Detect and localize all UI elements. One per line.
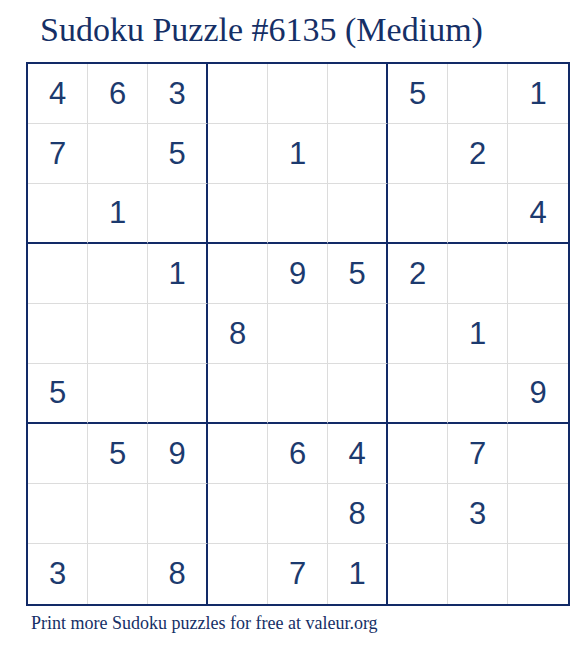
cell-r3c1-empty[interactable]: [28, 184, 88, 244]
cell-r9c3-given[interactable]: 8: [148, 544, 208, 604]
cell-r9c8-empty[interactable]: [448, 544, 508, 604]
cell-r9c9-empty[interactable]: [508, 544, 568, 604]
cell-r4c2-empty[interactable]: [88, 244, 148, 304]
cell-r1c6-empty[interactable]: [328, 64, 388, 124]
cell-r5c2-empty[interactable]: [88, 304, 148, 364]
cell-r1c4-empty[interactable]: [208, 64, 268, 124]
cell-r3c7-empty[interactable]: [388, 184, 448, 244]
cell-r8c6-given[interactable]: 8: [328, 484, 388, 544]
cell-r1c5-empty[interactable]: [268, 64, 328, 124]
cell-r1c2-given[interactable]: 6: [88, 64, 148, 124]
cell-r5c3-empty[interactable]: [148, 304, 208, 364]
cell-r8c4-empty[interactable]: [208, 484, 268, 544]
cell-r7c7-empty[interactable]: [388, 424, 448, 484]
cell-r4c9-empty[interactable]: [508, 244, 568, 304]
cell-r5c8-given[interactable]: 1: [448, 304, 508, 364]
cell-r5c9-empty[interactable]: [508, 304, 568, 364]
cell-r4c4-empty[interactable]: [208, 244, 268, 304]
cell-r8c8-given[interactable]: 3: [448, 484, 508, 544]
footer-text: Print more Sudoku puzzles for free at va…: [31, 613, 378, 634]
cell-r3c3-empty[interactable]: [148, 184, 208, 244]
cell-r3c4-empty[interactable]: [208, 184, 268, 244]
cell-r4c1-empty[interactable]: [28, 244, 88, 304]
cell-r6c1-given[interactable]: 5: [28, 364, 88, 424]
cell-r1c3-given[interactable]: 3: [148, 64, 208, 124]
cell-r1c9-given[interactable]: 1: [508, 64, 568, 124]
cell-r7c3-given[interactable]: 9: [148, 424, 208, 484]
cell-r8c7-empty[interactable]: [388, 484, 448, 544]
cell-r1c7-given[interactable]: 5: [388, 64, 448, 124]
cell-r2c5-given[interactable]: 1: [268, 124, 328, 184]
cell-r6c4-empty[interactable]: [208, 364, 268, 424]
cell-r1c1-given[interactable]: 4: [28, 64, 88, 124]
cell-r4c5-given[interactable]: 9: [268, 244, 328, 304]
cell-r2c9-empty[interactable]: [508, 124, 568, 184]
cell-r3c5-empty[interactable]: [268, 184, 328, 244]
cell-r2c4-empty[interactable]: [208, 124, 268, 184]
cell-r8c1-empty[interactable]: [28, 484, 88, 544]
cell-r2c8-given[interactable]: 2: [448, 124, 508, 184]
cell-r5c7-empty[interactable]: [388, 304, 448, 364]
cell-r5c1-empty[interactable]: [28, 304, 88, 364]
cell-r8c2-empty[interactable]: [88, 484, 148, 544]
cell-r9c2-empty[interactable]: [88, 544, 148, 604]
cell-r3c2-given[interactable]: 1: [88, 184, 148, 244]
cell-r2c6-empty[interactable]: [328, 124, 388, 184]
cell-r7c2-given[interactable]: 5: [88, 424, 148, 484]
cell-r1c8-empty[interactable]: [448, 64, 508, 124]
cell-r3c6-empty[interactable]: [328, 184, 388, 244]
cell-r6c3-empty[interactable]: [148, 364, 208, 424]
cell-r4c6-given[interactable]: 5: [328, 244, 388, 304]
cell-r9c6-given[interactable]: 1: [328, 544, 388, 604]
cell-r6c8-empty[interactable]: [448, 364, 508, 424]
cell-r5c6-empty[interactable]: [328, 304, 388, 364]
cell-r7c5-given[interactable]: 6: [268, 424, 328, 484]
cell-r2c3-given[interactable]: 5: [148, 124, 208, 184]
cell-r8c9-empty[interactable]: [508, 484, 568, 544]
cell-r2c1-given[interactable]: 7: [28, 124, 88, 184]
cell-r5c5-empty[interactable]: [268, 304, 328, 364]
cell-r6c7-empty[interactable]: [388, 364, 448, 424]
cell-r8c5-empty[interactable]: [268, 484, 328, 544]
cell-r7c1-empty[interactable]: [28, 424, 88, 484]
page-title: Sudoku Puzzle #6135 (Medium): [40, 8, 483, 52]
cell-r7c4-empty[interactable]: [208, 424, 268, 484]
cell-r7c9-empty[interactable]: [508, 424, 568, 484]
cell-r5c4-given[interactable]: 8: [208, 304, 268, 364]
cell-r4c3-given[interactable]: 1: [148, 244, 208, 304]
cell-r8c3-empty[interactable]: [148, 484, 208, 544]
cell-r4c7-given[interactable]: 2: [388, 244, 448, 304]
cell-r7c6-given[interactable]: 4: [328, 424, 388, 484]
cell-r2c2-empty[interactable]: [88, 124, 148, 184]
cell-r6c9-given[interactable]: 9: [508, 364, 568, 424]
cell-r9c1-given[interactable]: 3: [28, 544, 88, 604]
cell-r9c5-given[interactable]: 7: [268, 544, 328, 604]
cell-r2c7-empty[interactable]: [388, 124, 448, 184]
cell-r6c6-empty[interactable]: [328, 364, 388, 424]
cell-r6c2-empty[interactable]: [88, 364, 148, 424]
cell-r7c8-given[interactable]: 7: [448, 424, 508, 484]
cell-r9c4-empty[interactable]: [208, 544, 268, 604]
sudoku-board: 463517512141952815959647833871: [26, 62, 570, 606]
cell-r4c8-empty[interactable]: [448, 244, 508, 304]
cell-r9c7-empty[interactable]: [388, 544, 448, 604]
cell-r6c5-empty[interactable]: [268, 364, 328, 424]
cell-r3c8-empty[interactable]: [448, 184, 508, 244]
cell-r3c9-given[interactable]: 4: [508, 184, 568, 244]
